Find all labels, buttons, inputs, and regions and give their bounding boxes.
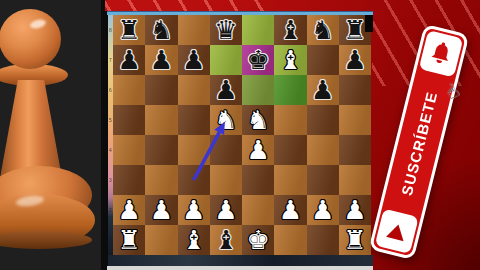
board-square-e3[interactable] [242,165,274,195]
board-square-f8[interactable]: ♝ [274,15,306,45]
left-panel [0,0,105,270]
board-square-a3[interactable] [113,165,145,195]
board-square-f2[interactable]: ♟ [274,195,306,225]
board-square-e2[interactable] [242,195,274,225]
board-square-b2[interactable]: ♟ [145,195,177,225]
white-rook: ♜ [117,226,140,255]
desktop-wallpaper-bottom [108,255,373,266]
white-rook: ♜ [343,226,366,255]
board-square-h5[interactable] [339,105,371,135]
white-king: ♚ [246,226,269,255]
black-king: ♚ [246,46,269,75]
board-square-d6[interactable]: ♟ [210,75,242,105]
board-square-b4[interactable] [145,135,177,165]
board-square-d3[interactable] [210,165,242,195]
board-square-c7[interactable]: ♟ [178,45,210,75]
white-knight: ♞ [246,106,269,135]
board-square-b8[interactable]: ♞ [145,15,177,45]
black-pawn: ♟ [117,46,140,75]
black-pawn: ♟ [311,76,334,105]
board-square-d4[interactable] [210,135,242,165]
board-square-b6[interactable] [145,75,177,105]
white-pawn: ♟ [214,196,237,225]
board-square-b3[interactable] [145,165,177,195]
board-square-g6[interactable]: ♟ [307,75,339,105]
board-square-c8[interactable] [178,15,210,45]
black-knight: ♞ [150,16,173,45]
board-square-f3[interactable] [274,165,306,195]
board-square-g1[interactable] [307,225,339,255]
white-pawn: ♟ [279,196,302,225]
board-square-h7[interactable]: ♟ [339,45,371,75]
board-square-h3[interactable] [339,165,371,195]
white-pawn: ♟ [117,196,140,225]
board-square-g8[interactable]: ♞ [307,15,339,45]
board-square-d8[interactable]: ♛ [210,15,242,45]
black-pawn: ♟ [150,46,173,75]
board-square-a6[interactable] [113,75,145,105]
board-square-e5[interactable]: ♞ [242,105,274,135]
board-square-e1[interactable]: ♚ [242,225,274,255]
board-square-b1[interactable] [145,225,177,255]
board-square-c6[interactable] [178,75,210,105]
play-triangle [386,222,407,241]
board-square-a7[interactable]: ♟ [113,45,145,75]
black-bishop: ♝ [279,16,302,45]
board-square-a5[interactable] [113,105,145,135]
chess-app-window: 87654321 ♜♞♛♝♞♜♟♟♟♚♝♟♟♟♞♞♟♟♟♟♟♟♟♟♜♝♝♚♜ [105,11,373,270]
black-pawn: ♟ [214,76,237,105]
black-bishop: ♝ [214,226,237,255]
board-square-g4[interactable] [307,135,339,165]
black-pawn: ♟ [182,46,205,75]
board-square-h6[interactable] [339,75,371,105]
board-square-d2[interactable]: ♟ [210,195,242,225]
board-square-b7[interactable]: ♟ [145,45,177,75]
board-square-g2[interactable]: ♟ [307,195,339,225]
board-square-f1[interactable] [274,225,306,255]
white-bishop: ♝ [279,46,302,75]
pawn-head [0,9,61,69]
white-pawn: ♟ [311,196,334,225]
white-pawn: ♟ [150,196,173,225]
play-icon [375,208,419,254]
subscribe-banner[interactable]: SUSCRÍBETE [369,24,470,260]
board-square-h4[interactable] [339,135,371,165]
board-square-e6[interactable] [242,75,274,105]
black-pawn: ♟ [343,46,366,75]
board-square-c4[interactable] [178,135,210,165]
board-square-c3[interactable] [178,165,210,195]
white-pawn: ♟ [182,196,205,225]
board-square-h1[interactable]: ♜ [339,225,371,255]
board-square-e8[interactable] [242,15,274,45]
subscribe-label: SUSCRÍBETE [398,89,440,197]
board-square-f6[interactable] [274,75,306,105]
chess-board: ♜♞♛♝♞♜♟♟♟♚♝♟♟♟♞♞♟♟♟♟♟♟♟♟♜♝♝♚♜ [113,15,371,255]
board-square-g7[interactable] [307,45,339,75]
window-bottom-strip [107,266,373,270]
thumbnail-stage: 87654321 ♜♞♛♝♞♜♟♟♟♚♝♟♟♟♞♞♟♟♟♟♟♟♟♟♜♝♝♚♜ S… [0,0,480,270]
board-square-d7[interactable] [210,45,242,75]
board-square-g3[interactable] [307,165,339,195]
board-square-c2[interactable]: ♟ [178,195,210,225]
board-square-a1[interactable]: ♜ [113,225,145,255]
board-square-c5[interactable] [178,105,210,135]
board-square-e7[interactable]: ♚ [242,45,274,75]
board-square-f4[interactable] [274,135,306,165]
board-square-g5[interactable] [307,105,339,135]
pawn-base-rim [0,231,92,249]
white-bishop: ♝ [182,226,205,255]
board-square-f7[interactable]: ♝ [274,45,306,75]
board-square-b5[interactable] [145,105,177,135]
board-square-h2[interactable]: ♟ [339,195,371,225]
black-rook: ♜ [117,16,140,45]
board-square-c1[interactable]: ♝ [178,225,210,255]
white-knight: ♞ [214,106,237,135]
black-knight: ♞ [311,16,334,45]
white-pawn: ♟ [246,136,269,165]
bell-icon [419,30,464,78]
pawn-body [0,80,64,178]
board-square-d5[interactable]: ♞ [210,105,242,135]
white-pawn: ♟ [343,196,366,225]
board-square-a4[interactable] [113,135,145,165]
board-square-d1[interactable]: ♝ [210,225,242,255]
board-square-e4[interactable]: ♟ [242,135,274,165]
board-square-f5[interactable] [274,105,306,135]
board-square-a2[interactable]: ♟ [113,195,145,225]
black-queen: ♛ [214,16,237,45]
board-square-a8[interactable]: ♜ [113,15,145,45]
black-rook: ♜ [343,16,366,45]
window-corner-block [365,15,373,32]
